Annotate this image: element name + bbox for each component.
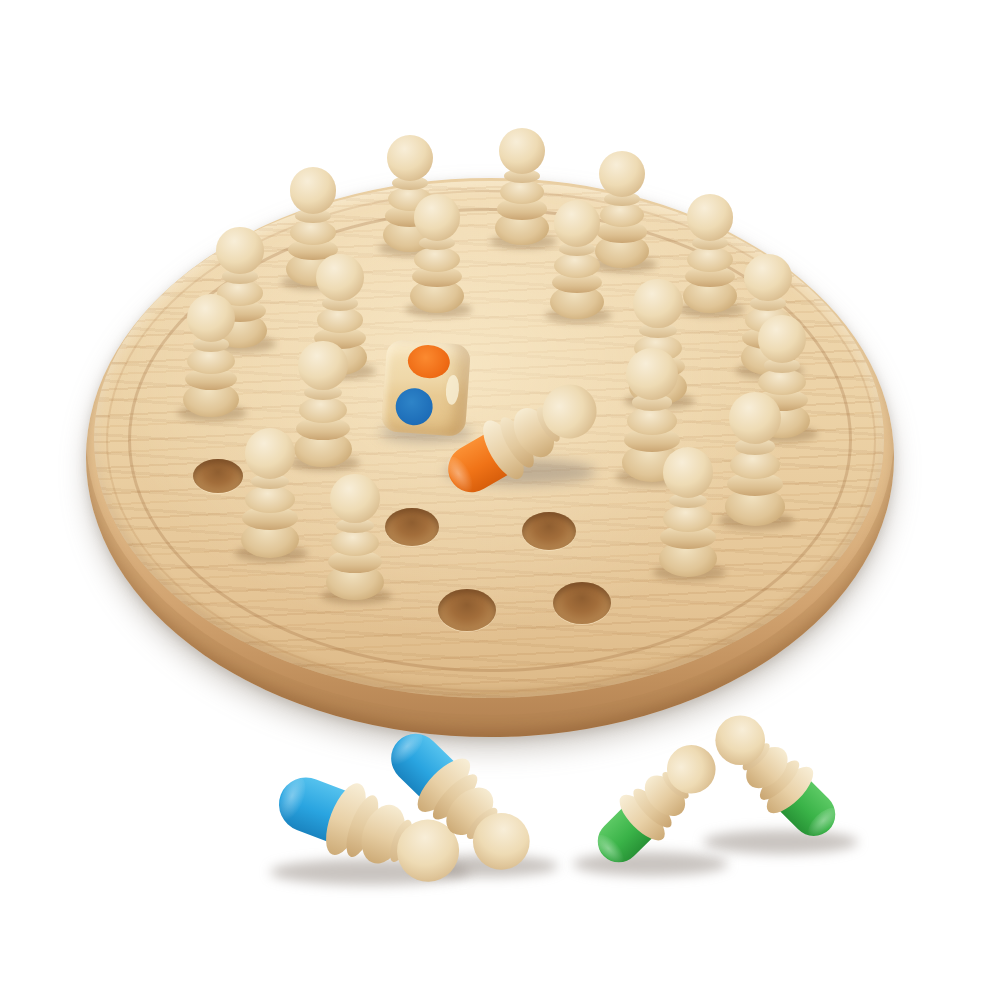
peg-head	[330, 474, 379, 523]
pieces-layer	[0, 0, 1000, 1000]
empty-hole[interactable]	[522, 512, 576, 550]
peg-bulge	[730, 451, 781, 479]
peg-head	[245, 428, 296, 479]
peg-head	[499, 128, 545, 174]
peg-bulge	[627, 407, 678, 435]
peg-head	[216, 227, 263, 274]
standing-peg[interactable]	[725, 392, 785, 526]
peg-head	[290, 167, 336, 213]
peg-bulge	[187, 348, 234, 374]
peg-bulge	[299, 397, 347, 424]
peg-head	[729, 392, 781, 444]
piece-shadow	[703, 830, 858, 854]
standing-peg[interactable]	[326, 474, 383, 600]
empty-hole[interactable]	[553, 582, 611, 624]
wooden-die[interactable]	[381, 339, 471, 437]
peg-head	[316, 254, 363, 301]
peg-head	[298, 341, 347, 390]
peg-head	[187, 294, 235, 342]
peg-head	[387, 135, 433, 181]
standing-peg[interactable]	[683, 194, 737, 313]
standing-peg[interactable]	[550, 200, 604, 319]
die-side-pip	[445, 374, 460, 405]
piece-shadow	[573, 852, 728, 876]
peg-bulge	[290, 220, 335, 245]
standing-peg[interactable]	[241, 428, 300, 558]
standing-peg[interactable]	[183, 294, 239, 418]
peg-head	[744, 254, 791, 301]
peg-bulge	[414, 247, 459, 272]
empty-hole[interactable]	[438, 589, 496, 631]
peg-head	[599, 151, 645, 197]
standing-peg[interactable]	[410, 194, 464, 313]
peg-head	[633, 279, 682, 328]
memory-game-photo	[0, 0, 1000, 1000]
empty-hole[interactable]	[193, 459, 243, 493]
empty-hole[interactable]	[385, 508, 439, 546]
standing-peg[interactable]	[495, 128, 548, 246]
peg-bulge	[331, 530, 379, 557]
peg-head	[687, 194, 733, 240]
peg-bulge	[663, 505, 712, 532]
peg-bulge	[317, 307, 363, 333]
standing-peg[interactable]	[659, 447, 718, 577]
die-blue-dot	[394, 387, 433, 426]
peg-head	[626, 348, 678, 400]
peg-bulge	[554, 253, 599, 278]
peg-head	[663, 447, 714, 498]
peg-head	[414, 194, 460, 240]
peg-head	[554, 200, 600, 246]
peg-head	[758, 315, 806, 363]
die-orange-dot	[407, 344, 451, 380]
peg-bulge	[687, 247, 732, 272]
standing-peg[interactable]	[294, 341, 351, 467]
peg-bulge	[245, 486, 294, 513]
